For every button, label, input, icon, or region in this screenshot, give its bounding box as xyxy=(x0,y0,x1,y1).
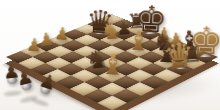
piece-glyph: ♟ xyxy=(14,66,35,89)
scene: ♜♚♟♟♝♚♟♞♟♜♛♞♝♝♛♟♟♞♝♟ ♟♟♟ xyxy=(0,0,220,110)
square-f3[interactable]: ♝ xyxy=(98,69,126,82)
piece-glyph: ♟ xyxy=(26,36,43,55)
piece-glyph: ♛ xyxy=(163,37,196,73)
piece-body: ♛ xyxy=(151,37,207,75)
piece-glyph: ♝ xyxy=(99,50,126,79)
piece-glyph: ♟ xyxy=(37,70,59,93)
piece-body: ♟ xyxy=(8,34,61,56)
piece-body: ♝ xyxy=(85,49,141,80)
